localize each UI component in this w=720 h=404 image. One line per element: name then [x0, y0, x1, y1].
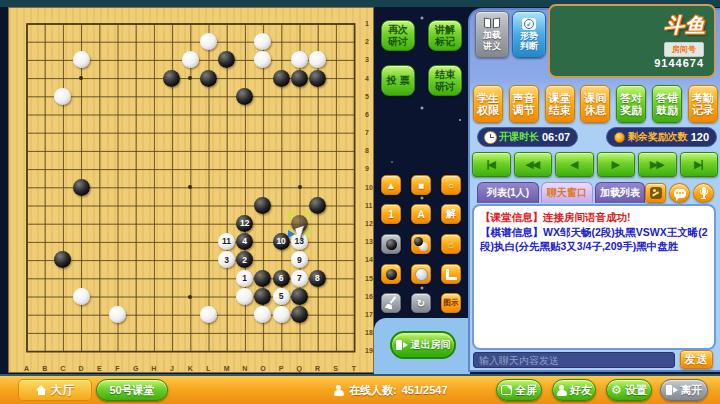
judge-badge-icon: ✓ [522, 18, 536, 30]
hall-tab[interactable]: 大厅 [18, 379, 92, 401]
settings-button[interactable]: ⚙ 设置 [606, 379, 652, 401]
mark-triangle-button[interactable]: ▲ [381, 175, 401, 195]
white-stone [254, 33, 271, 50]
chat-input[interactable] [473, 352, 675, 368]
row-label-15: 15 [365, 269, 373, 287]
tab-chat-window[interactable]: 聊天窗口 [541, 182, 593, 203]
col-label-E: E [90, 365, 108, 372]
col-label-J: J [163, 365, 181, 372]
tab-load-list[interactable]: 加载列表 [595, 182, 645, 203]
mark-square-button[interactable]: ■ [411, 175, 431, 195]
reset-button[interactable]: ↻ [411, 293, 431, 313]
col-label-P: P [272, 365, 290, 372]
sound-adjust-button[interactable]: 声音 调节 [509, 85, 539, 123]
blackboard: 斗鱼 房间号 9144674 [548, 4, 716, 78]
fullscreen-icon [501, 385, 512, 395]
row-label-12: 12 [365, 214, 373, 232]
row-label-3: 3 [365, 51, 373, 69]
online-label: 在线人数: [349, 383, 397, 398]
column-labels: ABCDEFGHJKLMNOPQRST [17, 365, 363, 372]
white-stone [73, 288, 90, 305]
black-stone-move-12: 12 [236, 215, 253, 232]
row-label-13: 13 [365, 233, 373, 251]
nav-first-button[interactable]: |◀ [472, 152, 511, 177]
col-label-N: N [236, 365, 254, 372]
person-icon [333, 385, 344, 396]
clock-icon [485, 132, 496, 143]
white-stone [309, 51, 326, 68]
online-value: 451/2547 [402, 384, 448, 396]
leave-icon [666, 385, 678, 395]
black-stone [291, 306, 308, 323]
black-stone [309, 197, 326, 214]
white-stone-move-11: 11 [218, 233, 235, 250]
leave-button[interactable]: 离开 [660, 379, 708, 401]
black-stone-move-8: 8 [309, 270, 326, 287]
row-labels: 12345678910111213141516171819 [365, 14, 373, 360]
white-stone [236, 288, 253, 305]
col-label-G: G [127, 365, 145, 372]
classroom-tab[interactable]: 50号课堂 [96, 379, 168, 401]
correct-reward-button[interactable]: 答对 奖励 [616, 85, 646, 123]
mark-number-button[interactable]: 1 [381, 204, 401, 224]
col-label-C: C [54, 365, 72, 372]
settings-label: 设置 [625, 383, 647, 398]
place-white-button[interactable] [411, 264, 431, 284]
class-timer-value: 06:07 [542, 131, 570, 143]
snapshot-button[interactable] [645, 183, 666, 203]
situation-judge-label: 形势 判断 [520, 31, 538, 51]
ruler-button[interactable] [441, 264, 461, 284]
place-alternate-button[interactable] [411, 234, 431, 254]
row-label-2: 2 [365, 33, 373, 51]
diagram-button[interactable]: 图示 [441, 293, 461, 313]
row-label-17: 17 [365, 305, 373, 323]
hand-pointer-button[interactable]: ☝ [441, 234, 461, 254]
nav-fast-forward-button[interactable]: ▶▶ [638, 152, 677, 177]
white-stone [291, 51, 308, 68]
white-stone [109, 306, 126, 323]
attendance-button[interactable]: 考勤 记录 [688, 85, 718, 123]
class-timer: 开课时长 06:07 [477, 127, 578, 147]
white-stone-move-9: 9 [291, 251, 308, 268]
row-label-4: 4 [365, 69, 373, 87]
row-label-1: 1 [365, 14, 373, 32]
col-label-K: K [181, 365, 199, 372]
black-stone [254, 288, 271, 305]
go-board[interactable]: 12114101332916785 ABCDEFGHJKLMNOPQRST 12… [8, 7, 374, 373]
black-stone-move-2: 2 [236, 251, 253, 268]
chat-message-1: 【课堂信息】连接房间语音成功! [480, 210, 708, 225]
douyu-logo: 斗鱼 [664, 12, 706, 39]
col-label-B: B [36, 365, 54, 372]
row-label-16: 16 [365, 287, 373, 305]
black-stone [73, 179, 90, 196]
row-label-6: 6 [365, 105, 373, 123]
chat-message-2: 【棋谱信息】WX邹天畅(2段)执黑VSWX王文晞(2段)执白(分先黑贴3又3/4… [480, 225, 708, 254]
room-number-label: 房间号 [664, 42, 704, 57]
place-black-active-button[interactable] [381, 234, 401, 254]
hall-label: 大厅 [51, 382, 75, 399]
exit-door-icon [396, 340, 408, 350]
class-break-button[interactable]: 课间 休息 [580, 85, 610, 123]
class-end-button[interactable]: 课堂 结束 [545, 85, 575, 123]
black-stone [309, 70, 326, 87]
row-label-7: 7 [365, 124, 373, 142]
black-stone [291, 70, 308, 87]
col-label-T: T [345, 365, 363, 372]
col-label-D: D [72, 365, 90, 372]
load-lecture-label: 加载 讲义 [483, 30, 501, 50]
end-discuss-button[interactable]: 结束 研讨 [428, 65, 462, 96]
row-label-11: 11 [365, 196, 373, 214]
row-label-8: 8 [365, 142, 373, 160]
black-stone-move-6: 6 [273, 270, 290, 287]
room-number-value: 9144674 [654, 57, 704, 69]
nav-back-button[interactable]: ◀ [555, 152, 594, 177]
white-stone [254, 306, 271, 323]
white-stone [200, 33, 217, 50]
clear-board-button[interactable] [381, 293, 401, 313]
snapshot-icon [650, 187, 662, 199]
exit-room-label: 退出房间 [411, 338, 451, 352]
white-stone-move-1: 1 [236, 270, 253, 287]
white-stone [273, 306, 290, 323]
reward-counter: 剩余奖励次数 120 [606, 127, 717, 147]
place-black-button[interactable] [381, 264, 401, 284]
friends-button[interactable]: 好友 [552, 379, 596, 401]
black-stone [254, 270, 271, 287]
col-label-S: S [327, 365, 345, 372]
friends-icon [556, 385, 567, 396]
row-label-10: 10 [365, 178, 373, 196]
black-stone-move-4: 4 [236, 233, 253, 250]
col-label-M: M [217, 365, 235, 372]
col-label-F: F [108, 365, 126, 372]
row-label-14: 14 [365, 251, 373, 269]
house-icon [36, 385, 47, 395]
black-stone [273, 70, 290, 87]
black-stone [54, 251, 71, 268]
black-stone [163, 70, 180, 87]
col-label-L: L [199, 365, 217, 372]
exit-room-button[interactable]: 退出房间 [390, 331, 456, 359]
black-stone [291, 288, 308, 305]
voice-button[interactable] [693, 183, 714, 203]
app-root: 12114101332916785 ABCDEFGHJKLMNOPQRST 12… [0, 0, 720, 404]
row-label-18: 18 [365, 324, 373, 342]
classroom-action-row: 学生 权限声音 调节课堂 结束课间 休息答对 奖励答错 鼓励考勤 记录 [473, 85, 718, 123]
discuss-again-button[interactable]: 再次 研讨 [381, 20, 415, 51]
mark-circle-button[interactable]: ○ [441, 175, 461, 195]
chat-bubble-button[interactable] [669, 183, 690, 203]
vote-button[interactable]: 投 票 [381, 65, 415, 96]
white-stone [73, 51, 90, 68]
tab-member-list[interactable]: 列表(1人) [477, 182, 539, 203]
bottom-bar: 大厅 50号课堂 在线人数: 451/2547 全屏 好友 ⚙ 设置 离开 [0, 374, 720, 404]
board-stone-grid: 12114101332916785 [17, 14, 363, 360]
nav-last-button[interactable]: ▶| [680, 152, 719, 177]
mark-letter-button[interactable]: A [411, 204, 431, 224]
white-stone-move-7: 7 [291, 270, 308, 287]
chat-message-area[interactable]: 【课堂信息】连接房间语音成功!【棋谱信息】WX邹天畅(2段)执黑VSWX王文晞(… [472, 204, 716, 350]
fullscreen-button[interactable]: 全屏 [496, 379, 542, 401]
leave-label: 离开 [681, 383, 703, 398]
row-label-5: 5 [365, 87, 373, 105]
col-label-H: H [145, 365, 163, 372]
friends-label: 好友 [570, 383, 592, 398]
black-stone [218, 51, 235, 68]
gear-icon: ⚙ [611, 384, 622, 396]
move-navigation: |◀◀◀◀▶▶▶▶| [472, 152, 718, 177]
black-stone [254, 197, 271, 214]
white-stone-move-5: 5 [273, 288, 290, 305]
row-label-9: 9 [365, 160, 373, 178]
mark-answer-button[interactable]: 解 [441, 204, 461, 224]
col-label-Q: Q [290, 365, 308, 372]
coin-icon [614, 132, 625, 143]
black-stone [200, 70, 217, 87]
pointer-wedge-mark [288, 230, 295, 238]
white-stone [182, 51, 199, 68]
speech-bubble-icon [674, 189, 686, 198]
microphone-icon [698, 187, 709, 200]
reward-value: 120 [691, 131, 709, 143]
nav-fast-back-button[interactable]: ◀◀ [514, 152, 553, 177]
white-stone [254, 51, 271, 68]
book-icon [484, 18, 500, 29]
row-label-19: 19 [365, 342, 373, 360]
online-count: 在线人数: 451/2547 [333, 379, 448, 401]
explain-mark-button[interactable]: 讲解 标记 [428, 20, 462, 51]
situation-judge-button[interactable]: ✓ 形势 判断 [512, 11, 546, 58]
timer-row: 开课时长 06:07 剩余奖励次数 120 [477, 127, 717, 147]
class-timer-label: 开课时长 [499, 130, 539, 144]
col-label-A: A [17, 365, 35, 372]
fullscreen-label: 全屏 [515, 383, 537, 398]
white-stone [54, 88, 71, 105]
load-lecture-button[interactable]: 加载 讲义 [475, 11, 509, 58]
col-label-O: O [254, 365, 272, 372]
nav-forward-button[interactable]: ▶ [597, 152, 636, 177]
white-stone [200, 306, 217, 323]
reward-label: 剩余奖励次数 [628, 130, 688, 144]
col-label-R: R [308, 365, 326, 372]
white-stone-move-3: 3 [218, 251, 235, 268]
wrong-encourage-button[interactable]: 答错 鼓励 [652, 85, 682, 123]
student-permission-button[interactable]: 学生 权限 [473, 85, 503, 123]
black-stone [236, 88, 253, 105]
send-button[interactable]: 发送 [680, 350, 713, 369]
